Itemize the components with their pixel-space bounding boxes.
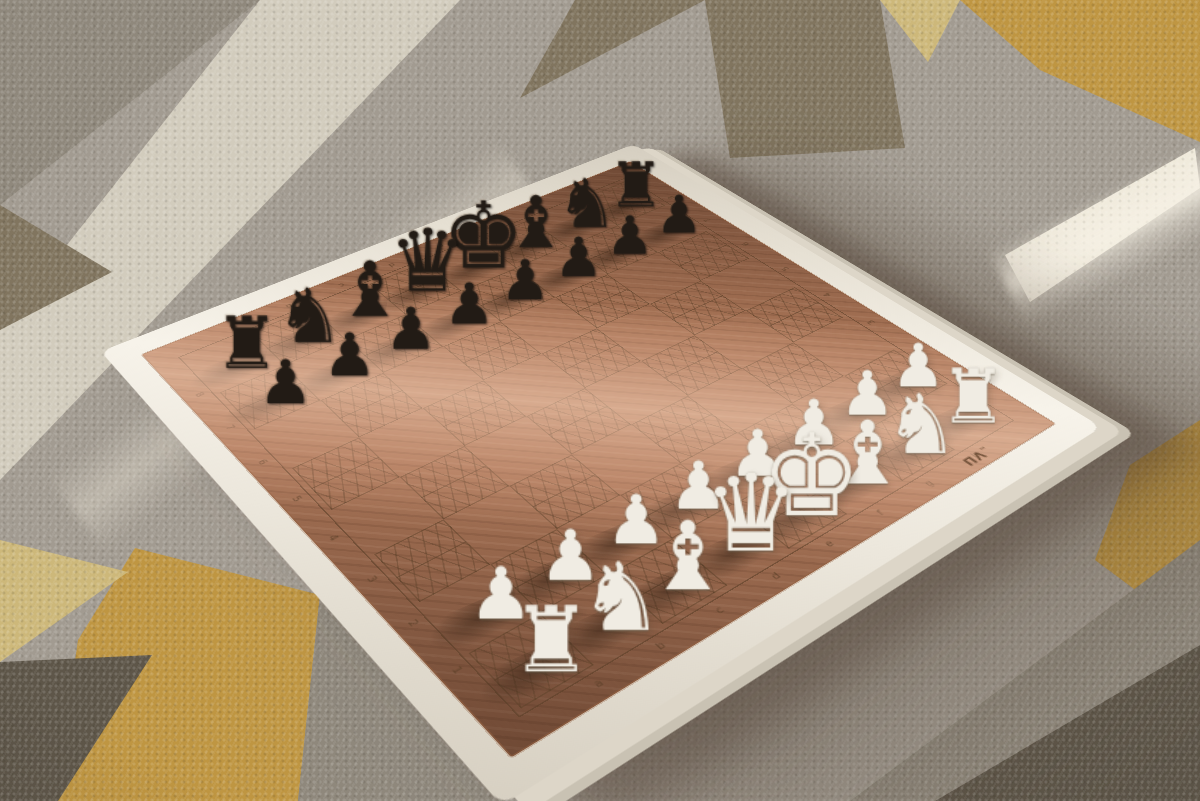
square-f5[interactable]	[597, 304, 695, 361]
piece-black-pawn-c7[interactable]: ♟	[384, 303, 436, 355]
piece-black-pawn-e7[interactable]: ♟	[500, 256, 550, 306]
piece-black-pawn-b7[interactable]: ♟	[323, 329, 376, 383]
brand-logo-text: ΠΛ	[960, 449, 992, 469]
piece-black-pawn-g7[interactable]: ♟	[606, 212, 654, 260]
rug-patch	[705, 0, 905, 158]
piece-black-pawn-h7[interactable]: ♟	[655, 191, 702, 238]
brand-logo: ΠΛ™	[959, 445, 997, 469]
piece-black-pawn-d7[interactable]: ♟	[443, 279, 494, 330]
piece-white-rook-a1[interactable]: ♜	[510, 599, 592, 681]
piece-black-pawn-a7[interactable]: ♟	[258, 355, 313, 410]
piece-black-pawn-f7[interactable]: ♟	[554, 233, 603, 282]
photo-scene: abcdefgh abcdefgh 87654321 87654321 ♜♞♝♛…	[0, 0, 1200, 801]
trademark-symbol: ™	[977, 445, 990, 453]
